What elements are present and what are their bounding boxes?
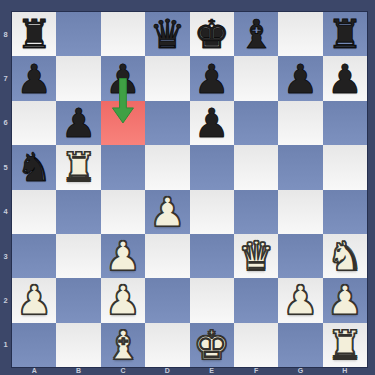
square-e5[interactable] — [190, 145, 234, 189]
square-g8[interactable] — [278, 12, 322, 56]
square-g1[interactable] — [278, 323, 322, 367]
square-h8[interactable]: ♜ — [323, 12, 367, 56]
square-e3[interactable] — [190, 234, 234, 278]
file-label-f: F — [234, 367, 278, 375]
square-f4[interactable] — [234, 190, 278, 234]
square-c3[interactable]: ♟ — [101, 234, 145, 278]
square-g6[interactable] — [278, 101, 322, 145]
piece-black-rook-a8[interactable]: ♜ — [16, 14, 52, 54]
file-label-a: A — [12, 367, 56, 375]
file-label-b: B — [56, 367, 100, 375]
square-a6[interactable] — [12, 101, 56, 145]
square-f8[interactable]: ♝ — [234, 12, 278, 56]
piece-black-bishop-f8[interactable]: ♝ — [238, 14, 274, 54]
square-b4[interactable] — [56, 190, 100, 234]
square-f1[interactable] — [234, 323, 278, 367]
square-h3[interactable]: ♞ — [323, 234, 367, 278]
square-h7[interactable]: ♟ — [323, 56, 367, 100]
piece-white-pawn-g2[interactable]: ♟ — [283, 280, 319, 320]
chess-board: ♜♛♚♝♜♟♟♟♟♟♟♟♞♜♟♟♛♞♟♟♟♟♝♚♜ — [12, 12, 367, 367]
square-g5[interactable] — [278, 145, 322, 189]
square-f2[interactable] — [234, 278, 278, 322]
piece-white-pawn-a2[interactable]: ♟ — [16, 280, 52, 320]
piece-black-pawn-a7[interactable]: ♟ — [16, 59, 52, 99]
rank-label-7: 7 — [0, 56, 11, 100]
square-e6[interactable]: ♟ — [190, 101, 234, 145]
square-f3[interactable]: ♛ — [234, 234, 278, 278]
square-d2[interactable] — [145, 278, 189, 322]
square-b1[interactable] — [56, 323, 100, 367]
file-label-e: E — [190, 367, 234, 375]
square-h2[interactable]: ♟ — [323, 278, 367, 322]
square-c5[interactable] — [101, 145, 145, 189]
square-h1[interactable]: ♜ — [323, 323, 367, 367]
piece-white-pawn-h2[interactable]: ♟ — [327, 280, 363, 320]
square-a7[interactable]: ♟ — [12, 56, 56, 100]
piece-black-pawn-c7[interactable]: ♟ — [105, 59, 141, 99]
square-h4[interactable] — [323, 190, 367, 234]
square-g4[interactable] — [278, 190, 322, 234]
square-c1[interactable]: ♝ — [101, 323, 145, 367]
rank-label-1: 1 — [0, 323, 11, 367]
square-d1[interactable] — [145, 323, 189, 367]
rank-label-4: 4 — [0, 190, 11, 234]
file-label-g: G — [278, 367, 322, 375]
square-a5[interactable]: ♞ — [12, 145, 56, 189]
square-c4[interactable] — [101, 190, 145, 234]
file-label-c: C — [101, 367, 145, 375]
square-e2[interactable] — [190, 278, 234, 322]
square-g3[interactable] — [278, 234, 322, 278]
file-label-d: D — [145, 367, 189, 375]
square-a8[interactable]: ♜ — [12, 12, 56, 56]
square-h6[interactable] — [323, 101, 367, 145]
piece-black-queen-d8[interactable]: ♛ — [149, 14, 185, 54]
square-c6[interactable] — [101, 101, 145, 145]
square-a1[interactable] — [12, 323, 56, 367]
square-a2[interactable]: ♟ — [12, 278, 56, 322]
piece-black-pawn-e6[interactable]: ♟ — [194, 103, 230, 143]
rank-label-8: 8 — [0, 12, 11, 56]
square-b8[interactable] — [56, 12, 100, 56]
square-c8[interactable] — [101, 12, 145, 56]
square-b2[interactable] — [56, 278, 100, 322]
piece-white-king-e1[interactable]: ♚ — [194, 325, 230, 365]
file-label-h: H — [323, 367, 367, 375]
square-d5[interactable] — [145, 145, 189, 189]
rank-label-2: 2 — [0, 278, 11, 322]
square-d6[interactable] — [145, 101, 189, 145]
square-c2[interactable]: ♟ — [101, 278, 145, 322]
piece-black-rook-h8[interactable]: ♜ — [327, 14, 363, 54]
piece-white-pawn-c3[interactable]: ♟ — [105, 236, 141, 276]
piece-black-king-e8[interactable]: ♚ — [194, 14, 230, 54]
piece-black-pawn-b6[interactable]: ♟ — [61, 103, 97, 143]
piece-black-pawn-e7[interactable]: ♟ — [194, 59, 230, 99]
square-f5[interactable] — [234, 145, 278, 189]
square-d4[interactable]: ♟ — [145, 190, 189, 234]
piece-white-rook-h1[interactable]: ♜ — [327, 325, 363, 365]
square-b5[interactable]: ♜ — [56, 145, 100, 189]
rank-label-6: 6 — [0, 101, 11, 145]
square-b7[interactable] — [56, 56, 100, 100]
board-frame: ♜♛♚♝♜♟♟♟♟♟♟♟♞♜♟♟♛♞♟♟♟♟♝♚♜ 87654321 ABCDE… — [0, 0, 375, 375]
square-d3[interactable] — [145, 234, 189, 278]
square-b3[interactable] — [56, 234, 100, 278]
piece-black-pawn-g7[interactable]: ♟ — [283, 59, 319, 99]
piece-white-pawn-d4[interactable]: ♟ — [149, 192, 185, 232]
square-e4[interactable] — [190, 190, 234, 234]
square-e1[interactable]: ♚ — [190, 323, 234, 367]
square-a3[interactable] — [12, 234, 56, 278]
square-b6[interactable]: ♟ — [56, 101, 100, 145]
square-f7[interactable] — [234, 56, 278, 100]
square-e8[interactable]: ♚ — [190, 12, 234, 56]
square-c7[interactable]: ♟ — [101, 56, 145, 100]
rank-label-5: 5 — [0, 145, 11, 189]
piece-black-knight-a5[interactable]: ♞ — [16, 147, 52, 187]
piece-white-rook-b5[interactable]: ♜ — [61, 147, 97, 187]
piece-white-knight-h3[interactable]: ♞ — [327, 236, 363, 276]
square-a4[interactable] — [12, 190, 56, 234]
square-g2[interactable]: ♟ — [278, 278, 322, 322]
piece-white-bishop-c1[interactable]: ♝ — [105, 325, 141, 365]
piece-black-pawn-h7[interactable]: ♟ — [327, 59, 363, 99]
square-e7[interactable]: ♟ — [190, 56, 234, 100]
rank-label-3: 3 — [0, 234, 11, 278]
piece-white-queen-f3[interactable]: ♛ — [238, 236, 274, 276]
square-g7[interactable]: ♟ — [278, 56, 322, 100]
square-f6[interactable] — [234, 101, 278, 145]
piece-white-pawn-c2[interactable]: ♟ — [105, 280, 141, 320]
square-d8[interactable]: ♛ — [145, 12, 189, 56]
square-d7[interactable] — [145, 56, 189, 100]
square-h5[interactable] — [323, 145, 367, 189]
